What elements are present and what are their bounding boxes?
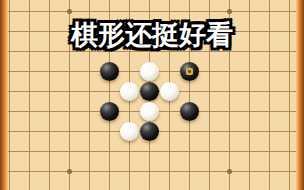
board-intersection	[180, 61, 200, 81]
stone-black	[140, 82, 159, 101]
stone-white	[160, 82, 179, 101]
stone-white	[120, 122, 139, 141]
board-intersection	[140, 81, 160, 101]
board-intersection	[100, 61, 120, 81]
stone-black	[180, 102, 199, 121]
star-point	[220, 161, 240, 181]
last-move-marker-icon	[186, 68, 193, 75]
caption-text: 棋形还挺好看	[0, 17, 304, 53]
board-intersection	[100, 101, 120, 121]
star-point-dot	[67, 169, 72, 174]
stone-black	[100, 62, 119, 81]
star-point-dot	[227, 169, 232, 174]
stone-white	[140, 102, 159, 121]
star-point-dot	[227, 9, 232, 14]
board-intersection	[180, 101, 200, 121]
stone-black	[100, 102, 119, 121]
stone-black	[180, 62, 199, 81]
board-intersection	[140, 101, 160, 121]
board-intersection	[140, 121, 160, 141]
stone-white	[120, 82, 139, 101]
stone-white	[140, 62, 159, 81]
board-intersection	[120, 81, 140, 101]
video-frame: 棋形还挺好看	[0, 0, 304, 190]
stone-black	[140, 122, 159, 141]
board-intersection	[140, 61, 160, 81]
star-point	[60, 161, 80, 181]
board-intersection	[120, 121, 140, 141]
star-point-dot	[67, 9, 72, 14]
board-intersection	[160, 81, 180, 101]
